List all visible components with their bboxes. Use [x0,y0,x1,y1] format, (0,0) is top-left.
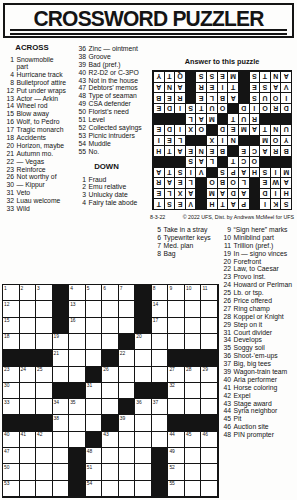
grid-cell[interactable] [185,448,202,464]
grid-cell[interactable]: 39 [119,415,136,431]
clue-number: 29 [221,321,234,329]
cell-number: 23 [4,367,9,372]
answer-letter-cell: S [195,71,206,82]
answer-letter-cell: T [227,113,238,124]
grid-cell[interactable] [20,399,37,415]
grid-cell[interactable] [152,334,169,350]
clue-number: 22 [221,265,234,273]
grid-cell[interactable]: 30 [3,383,20,399]
clue-text: Pit [234,415,297,423]
answer-letter-cell: P [238,198,249,209]
clue-text: Syria neighbor [234,407,297,415]
grid-cell[interactable]: 22 [119,350,136,366]
grid-cell[interactable]: 13 [69,301,86,317]
answer-letter-cell: B [153,92,164,103]
grid-cell[interactable] [119,481,136,497]
cell-number: 18 [4,334,9,339]
grid-cell[interactable] [86,334,103,350]
clue-number: 53 [76,132,89,140]
cell-number: 2 [21,286,24,291]
grid-cell[interactable]: 19 [53,334,70,350]
grid-cell[interactable] [201,399,218,415]
grid-cell[interactable]: 35 [69,399,86,415]
clue-number: 27 [221,305,234,313]
grid-cell[interactable] [53,464,70,480]
answer-letter-cell: H [249,167,260,178]
answer-black-cell [238,82,249,93]
copyright-line: © 2022 UFS, Dist. by Andrews McMeel for … [183,214,294,220]
clue-29: 29Step on it [221,321,296,329]
grid-cell[interactable]: 38 [53,415,70,431]
answer-letter-cell: T [195,103,206,114]
grid-cell[interactable] [102,464,119,480]
grid-cell[interactable]: 26 [102,367,119,383]
answer-letter-cell: A [195,113,206,124]
grid-cell[interactable] [185,481,202,497]
grid-cell[interactable] [135,432,152,448]
cell-number: 3 [37,286,40,291]
clue-number: 39 [76,61,89,69]
clue-50: 50Florist’s need [76,108,143,116]
grid-cell[interactable] [185,301,202,317]
grid-cell[interactable]: 54 [86,481,103,497]
answer-letter-cell: U [259,92,270,103]
title-rule-thick [10,29,287,32]
answer-letter-cell: A [249,124,260,135]
grid-cell[interactable]: 49 [168,448,185,464]
answer-black-cell [270,156,281,167]
clue-number: 6 [151,234,164,242]
grid-cell[interactable] [201,383,218,399]
grid-cell[interactable]: 27 [168,367,185,383]
answer-letter-cell: E [195,92,206,103]
grid-cell[interactable]: 12 [3,301,20,317]
cell-number: 15 [4,318,9,323]
answer-letter-cell: L [185,177,196,188]
grid-cell[interactable] [135,481,152,497]
grid-cell[interactable] [168,399,185,415]
clue-number: 38 [76,53,89,61]
clue-49: 49CSA defender [76,100,143,108]
grid-cell[interactable] [53,481,70,497]
grid-cell[interactable] [135,367,152,383]
grid-cell[interactable] [102,448,119,464]
clue-35: 35Soggy soil [221,344,296,352]
grid-cell[interactable] [36,301,53,317]
grid-cell[interactable] [168,301,185,317]
clue-text: Reinforce [17,166,67,174]
grid-cell[interactable] [201,301,218,317]
answer-letter-cell: A [238,188,249,199]
clue-2: 2Emu relative [76,183,143,191]
grid-cell[interactable] [102,481,119,497]
answer-letter-cell: A [270,82,281,93]
grid-cell[interactable]: 42 [36,432,53,448]
grid-cell[interactable]: 45 [185,432,202,448]
clue-44: 44Syria neighbor [221,407,296,415]
clue-number: 40 [221,376,234,384]
answer-letter-cell: T [153,198,164,209]
grid-cell[interactable] [152,367,169,383]
cell-number: 12 [4,302,9,307]
title-rule-thin [10,33,287,35]
grid-cell[interactable] [201,448,218,464]
grid-cell[interactable] [152,415,169,431]
grid-cell[interactable] [135,415,152,431]
answer-letter-cell: R [174,92,185,103]
clue-column-down-2: 5Take in a stray6Typewriter keys7Med. pl… [151,226,218,258]
grid-cell[interactable]: 29 [201,367,218,383]
clue-46: 46Auction site [221,423,296,431]
clue-18: 18Accidents [4,134,66,142]
cell-number: 29 [202,367,207,372]
answer-panel: Answer to this puzzle SKIPATHVESTHIDADAM… [149,57,295,220]
clue-text: No. [89,148,144,156]
grid-cell[interactable] [36,464,53,480]
clue-number: 37 [221,360,234,368]
clue-7: 7Med. plan [151,242,218,250]
grid-cell[interactable] [201,334,218,350]
answer-letter-cell: V [280,82,291,93]
clue-number: 43 [221,400,234,408]
answer-letter-cell: M [206,113,217,124]
clue-number: 18 [4,134,17,142]
grid-cell[interactable] [69,367,86,383]
clue-26: 26Price offered [221,297,296,305]
grid-cell[interactable]: 7 [119,285,136,301]
grid-cell[interactable] [119,301,136,317]
cell-number: 39 [120,416,125,421]
grid-cell[interactable] [20,481,37,497]
grid-cell[interactable] [102,399,119,415]
grid-cell[interactable] [119,383,136,399]
grid-cell[interactable]: 16 [69,318,86,334]
clue-text: Fairy tale abode [89,199,144,207]
grid-cell[interactable] [135,350,152,366]
answer-black-cell [153,113,164,124]
cell-number: 44 [169,432,174,437]
clue-number: 17 [4,126,17,134]
answer-black-cell [185,82,196,93]
grid-cell[interactable]: 32 [168,383,185,399]
answer-black-cell [238,71,249,82]
grid-cell[interactable] [86,318,103,334]
answer-letter-cell: V [195,167,206,178]
grid-cell[interactable]: 41 [20,432,37,448]
black-cell [135,318,152,334]
clue-number: 8 [4,79,17,87]
answer-letter-cell: B [280,145,291,156]
answer-letter-cell: M [259,135,270,146]
clue-text: Wagon-train team [234,368,297,376]
grid-cell[interactable] [185,383,202,399]
answer-letter-cell: T [164,71,175,82]
clue-text: Muddle [89,140,144,148]
cell-number: 4 [70,286,73,291]
grid-cell[interactable] [201,318,218,334]
grid-cell[interactable]: 8 [152,285,169,301]
clue-24: 24Howard or Perlman [221,281,296,289]
clue-text: Accidents [17,134,67,142]
grid-cell[interactable] [36,448,53,464]
clue-number: 39 [221,368,234,376]
answer-letter-cell: S [259,82,270,93]
grid-cell[interactable] [36,318,53,334]
grid-cell[interactable]: 33 [3,399,20,415]
grid-cell[interactable] [86,399,103,415]
answer-letter-cell: A [195,156,206,167]
grid-cell[interactable] [20,464,37,480]
clue-number: 34 [221,336,234,344]
grid-cell[interactable]: 47 [3,448,20,464]
grid-cell[interactable] [185,318,202,334]
clue-number: 49 [76,100,89,108]
clue-16: 16Wolf, to Pedro [4,118,66,126]
clue-text: R2-D2 or C-3PO [89,69,144,77]
grid-cell[interactable]: 3 [36,285,53,301]
clue-text: Put under wraps [17,87,67,95]
answer-black-cell [259,113,270,124]
cell-number: 51 [87,465,92,470]
answer-letter-cell: M [227,71,238,82]
clue-text: Koppel or Knight [234,313,297,321]
grid-cell[interactable] [185,464,202,480]
answer-letter-cell: L [238,177,249,188]
answer-letter-cell: O [270,135,281,146]
answer-letter-cell: A [280,177,291,188]
grid-cell[interactable]: 17 [152,318,169,334]
grid-cell[interactable] [20,334,37,350]
grid-cell[interactable] [102,318,119,334]
answer-letter-cell: I [217,135,228,146]
answer-letter-cell: O [195,124,206,135]
black-cell [152,448,169,464]
grid-cell[interactable]: 51 [86,464,103,480]
grid-cell[interactable]: 1 [3,285,20,301]
grid-cell[interactable] [69,350,86,366]
clue-number: 43 [76,77,89,85]
grid-cell[interactable] [135,464,152,480]
grid-cell[interactable] [36,383,53,399]
grid-cell[interactable] [168,334,185,350]
clue-number: 31 [4,189,17,197]
grid-cell[interactable]: 5 [86,285,103,301]
grid-cell[interactable] [119,367,136,383]
black-cell [53,318,70,334]
cell-number: 9 [169,286,172,291]
clue-number: 36 [76,45,89,53]
answer-letter-cell: A [217,188,228,199]
grid-cell[interactable] [69,432,86,448]
answer-letter-cell: O [270,92,281,103]
grid-cell[interactable]: 37 [152,399,169,415]
grid-cell[interactable]: 55 [168,481,185,497]
answer-letter-cell: S [206,71,217,82]
grid-cell[interactable] [135,448,152,464]
grid-cell[interactable]: 15 [3,318,20,334]
grid-cell[interactable] [168,318,185,334]
grid-cell[interactable]: 6 [102,285,119,301]
grid-cell[interactable] [86,415,103,431]
clue-text: Blow away [17,110,67,118]
clue-text: Med. plan [164,242,219,250]
clue-number: 45 [221,415,234,423]
page-title: CROSSWORD PUZZLER [5,5,292,30]
clue-25: 25Lb. or tsp. [221,289,296,297]
grid-cell[interactable]: 40 [3,432,20,448]
grid-cell[interactable] [86,350,103,366]
black-cell [69,464,86,480]
black-cell [119,334,136,350]
grid-cell[interactable]: 10 [185,285,202,301]
clue-text: Bulletproof attire [17,79,67,87]
grid-cell[interactable] [36,334,53,350]
grid-cell[interactable] [201,464,218,480]
clue-number: 4 [76,199,89,207]
grid-cell[interactable]: 36 [135,399,152,415]
clue-1: 1Snowmobile part [4,56,66,71]
grid-cell[interactable] [152,432,169,448]
grid-cell[interactable] [102,301,119,317]
cell-number: 40 [4,432,9,437]
answer-letter-cell: L [164,188,175,199]
answer-letter-cell: S [280,198,291,209]
clue-text: Type of seaman [89,92,144,100]
grid-cell[interactable] [20,318,37,334]
answer-letter-cell: A [185,188,196,199]
clue-text: Veto [17,189,67,197]
grid-cell[interactable] [119,464,136,480]
grid-cell[interactable] [152,350,169,366]
grid-cell[interactable]: 43 [102,432,119,448]
grid-cell[interactable] [119,318,136,334]
clue-12: 12Put under wraps [4,87,66,95]
clue-number: 52 [76,124,89,132]
answer-letter-cell: D [217,124,228,135]
clue-40: 40Aria performer [221,376,296,384]
clue-number: 19 [221,250,234,258]
clue-text: Hurricane track [17,71,67,79]
clue-text: Law, to Caesar [234,265,297,273]
answer-black-cell [249,135,260,146]
grid-cell[interactable] [119,432,136,448]
cell-number: 37 [153,400,158,405]
black-cell [185,415,202,431]
grid-cell[interactable] [20,448,37,464]
grid-cell[interactable] [185,399,202,415]
grid-cell[interactable]: 24 [20,367,37,383]
grid-cell[interactable] [20,301,37,317]
answer-black-cell [217,113,228,124]
clue-22: 22— Vegas [4,158,66,166]
clue-text: Tragic monarch [17,126,67,134]
grid-cell[interactable] [69,415,86,431]
grid-cell[interactable]: 9 [168,285,185,301]
cell-number: 10 [186,286,191,291]
clue-number: 32 [4,197,17,205]
clue-1: 1Fraud [76,176,143,184]
grid-cell[interactable] [119,448,136,464]
clue-number: 33 [4,205,17,213]
down-header: DOWN [76,163,137,171]
answer-grid: SKIPATHVESTHIDADAMAXLEAWELOBOLEARMISHAPS… [152,70,292,210]
grid-cell[interactable]: 44 [168,432,185,448]
answer-letter-cell: A [164,177,175,188]
grid-cell[interactable]: 31 [86,383,103,399]
grid-cell[interactable]: 50 [3,464,20,480]
black-cell [20,350,37,366]
cell-number: 55 [169,481,174,486]
grid-cell[interactable]: 23 [3,367,20,383]
black-cell [152,383,169,399]
grid-cell[interactable]: 34 [53,399,70,415]
answer-black-cell [206,124,217,135]
clue-text: CSA defender [89,100,144,108]
grid-cell[interactable]: 11 [201,285,218,301]
clue-13: 13Actor — Arkin [4,95,66,103]
grid-cell[interactable]: 2 [20,285,37,301]
black-cell [53,383,70,399]
grid-cell[interactable]: 46 [201,432,218,448]
grid-cell[interactable]: 20 [135,334,152,350]
grid-cell[interactable] [53,367,70,383]
clue-51: 51Level [76,116,143,124]
clue-31: 31Court divider [221,329,296,337]
answer-letter-cell: B [217,177,228,188]
grid-cell[interactable]: 48 [86,448,103,464]
grid-cell[interactable] [69,334,86,350]
answer-letter-cell: L [174,135,185,146]
grid-cell[interactable]: 53 [3,481,20,497]
answer-black-cell [238,92,249,103]
answer-letter-cell: A [227,198,238,209]
grid-cell[interactable]: 25 [36,367,53,383]
grid-cell[interactable] [20,383,37,399]
grid-cell[interactable] [185,334,202,350]
grid-cell[interactable] [102,334,119,350]
grid-cell[interactable] [86,301,103,317]
answer-letter-cell: R [270,145,281,156]
grid-cell[interactable] [201,481,218,497]
cell-number: 42 [37,432,42,437]
clue-text: Horizon, maybe [17,142,67,150]
grid-cell[interactable]: 14 [152,301,169,317]
grid-cell[interactable]: 21 [53,350,70,366]
clue-number: 20 [4,142,17,150]
clue-53: 53Picnic intruders [76,132,143,140]
grid-cell[interactable] [36,481,53,497]
grid-cell[interactable] [36,399,53,415]
grid-cell[interactable] [102,383,119,399]
clue-text: Shoot-’em-ups [234,352,297,360]
grid-cell[interactable] [53,432,70,448]
answer-letter-cell: W [270,177,281,188]
answer-letter-cell: S [249,71,260,82]
grid-cell[interactable]: 52 [168,464,185,480]
grid-cell[interactable]: 28 [185,367,202,383]
clue-number: 14 [4,102,17,110]
grid-cell[interactable]: 4 [69,285,86,301]
clue-number: 5 [151,226,164,234]
clue-19: 19In — signo vinces [221,250,296,258]
clue-8: 8Bulletproof attire [4,79,66,87]
clue-text: Auction site [234,423,297,431]
grid-cell[interactable]: 18 [3,334,20,350]
cell-number: 54 [87,481,92,486]
answer-black-cell [227,145,238,156]
answer-letter-cell: E [153,103,164,114]
grid-cell[interactable] [53,448,70,464]
